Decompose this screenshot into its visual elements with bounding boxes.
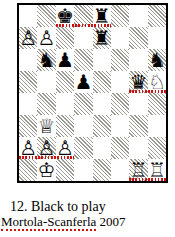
caption-source: Mortola-Scanferla 2007 bbox=[1, 214, 126, 230]
black-knight-b6: ♞ bbox=[38, 49, 56, 71]
square-h8 bbox=[148, 5, 166, 27]
white-pawn-c2: ♙ bbox=[56, 137, 74, 159]
black-queen-g5: ♛ bbox=[130, 71, 148, 93]
square-g2 bbox=[129, 137, 147, 159]
square-f8 bbox=[111, 5, 129, 27]
black-king-c8: ♚ bbox=[56, 5, 74, 27]
square-h4 bbox=[148, 93, 166, 115]
square-c7 bbox=[56, 27, 74, 49]
caption-source-players: Mortola-Scanferla bbox=[1, 214, 96, 231]
square-d1 bbox=[74, 159, 92, 181]
square-e7: ♜ bbox=[93, 27, 111, 49]
square-a7: ♙ bbox=[19, 27, 37, 49]
square-a8 bbox=[19, 5, 37, 27]
square-b3: ♕ bbox=[37, 115, 55, 137]
square-f3 bbox=[111, 115, 129, 137]
square-c6: ♟ bbox=[56, 49, 74, 71]
square-b8 bbox=[37, 5, 55, 27]
square-c4 bbox=[56, 93, 74, 115]
square-e2 bbox=[93, 137, 111, 159]
square-a5 bbox=[19, 71, 37, 93]
square-a4 bbox=[19, 93, 37, 115]
square-f5 bbox=[111, 71, 129, 93]
square-e5 bbox=[93, 71, 111, 93]
caption-puzzle-number: 12. Black to play bbox=[10, 199, 106, 215]
square-c5 bbox=[56, 71, 74, 93]
chess-board: ♚♜♙♙♜♞♟♞♟♛♘♕♙♙♙♔♖♖ bbox=[17, 3, 168, 183]
square-g6 bbox=[129, 49, 147, 71]
document-page: ♚♜♙♙♜♞♟♞♟♛♘♕♙♙♙♔♖♖ 12. Black to play Mor… bbox=[0, 0, 175, 237]
white-pawn-a7: ♙ bbox=[19, 27, 37, 49]
square-g4 bbox=[129, 93, 147, 115]
white-king-b1: ♔ bbox=[38, 159, 56, 181]
square-e3 bbox=[93, 115, 111, 137]
white-pawn-a2: ♙ bbox=[19, 137, 37, 159]
white-rook-g1: ♖ bbox=[130, 159, 148, 181]
square-b5 bbox=[37, 71, 55, 93]
square-b2: ♙ bbox=[37, 137, 55, 159]
square-d4 bbox=[74, 93, 92, 115]
black-rook-e8: ♜ bbox=[93, 5, 111, 27]
square-d3 bbox=[74, 115, 92, 137]
square-a3 bbox=[19, 115, 37, 137]
square-h7 bbox=[148, 27, 166, 49]
square-g3 bbox=[129, 115, 147, 137]
square-g5: ♛ bbox=[129, 71, 147, 93]
black-pawn-d5: ♟ bbox=[74, 71, 92, 93]
square-b7: ♙ bbox=[37, 27, 55, 49]
square-f6 bbox=[111, 49, 129, 71]
square-d6 bbox=[74, 49, 92, 71]
square-h1: ♖ bbox=[148, 159, 166, 181]
white-knight-h5: ♘ bbox=[148, 71, 166, 93]
square-d7 bbox=[74, 27, 92, 49]
square-d5: ♟ bbox=[74, 71, 92, 93]
square-c8: ♚ bbox=[56, 5, 74, 27]
square-f2 bbox=[111, 137, 129, 159]
square-g1: ♖ bbox=[129, 159, 147, 181]
white-rook-h1: ♖ bbox=[148, 159, 166, 181]
square-f7 bbox=[111, 27, 129, 49]
white-pawn-b2: ♙ bbox=[38, 137, 56, 159]
square-e8: ♜ bbox=[93, 5, 111, 27]
square-c1 bbox=[56, 159, 74, 181]
square-e6 bbox=[93, 49, 111, 71]
black-pawn-c6: ♟ bbox=[56, 49, 74, 71]
white-queen-b3: ♕ bbox=[38, 115, 56, 137]
square-h2 bbox=[148, 137, 166, 159]
square-e1 bbox=[93, 159, 111, 181]
square-f1 bbox=[111, 159, 129, 181]
square-h6: ♞ bbox=[148, 49, 166, 71]
square-g7 bbox=[129, 27, 147, 49]
black-knight-h6: ♞ bbox=[148, 49, 166, 71]
square-a6 bbox=[19, 49, 37, 71]
square-e4 bbox=[93, 93, 111, 115]
square-f4 bbox=[111, 93, 129, 115]
square-a1 bbox=[19, 159, 37, 181]
square-g8 bbox=[129, 5, 147, 27]
caption-source-year: 2007 bbox=[100, 214, 126, 229]
square-a2: ♙ bbox=[19, 137, 37, 159]
white-pawn-b7: ♙ bbox=[38, 27, 56, 49]
square-b4 bbox=[37, 93, 55, 115]
square-h5: ♘ bbox=[148, 71, 166, 93]
square-d2 bbox=[74, 137, 92, 159]
square-b6: ♞ bbox=[37, 49, 55, 71]
square-c3 bbox=[56, 115, 74, 137]
square-b1: ♔ bbox=[37, 159, 55, 181]
square-h3 bbox=[148, 115, 166, 137]
square-c2: ♙ bbox=[56, 137, 74, 159]
black-rook-e7: ♜ bbox=[93, 27, 111, 49]
square-d8 bbox=[74, 5, 92, 27]
